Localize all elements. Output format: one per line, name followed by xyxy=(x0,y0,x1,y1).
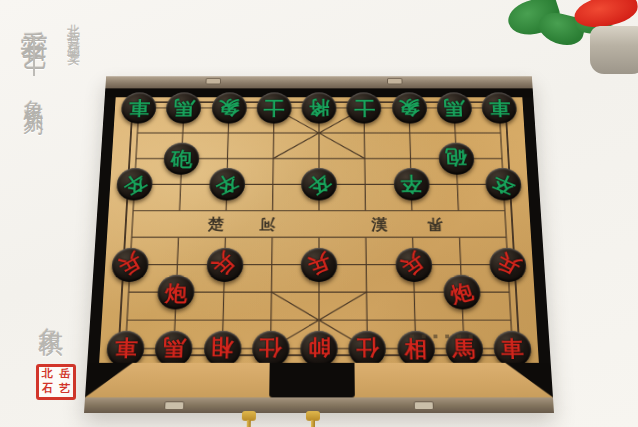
piece-glyph: 仕 xyxy=(356,338,379,360)
piece-glyph: 將 xyxy=(308,99,329,118)
maker-marks xyxy=(410,335,479,339)
tray-shadow-left xyxy=(85,363,133,398)
box-lid-edge xyxy=(105,76,532,88)
piece-glyph: 兵 xyxy=(493,250,523,278)
seal-char: 艺 xyxy=(56,382,73,397)
piece-glyph: 卒 xyxy=(304,171,334,199)
box-interior: 楚河漢界 車馬象士將士象馬車砲砲卒卒卒卒卒兵兵兵兵兵炮炮車馬相仕帥仕相馬車 xyxy=(87,97,550,363)
brass-clasp-icon[interactable] xyxy=(242,411,256,421)
piece-glyph: 卒 xyxy=(212,171,241,198)
piece-glyph: 炮 xyxy=(165,282,188,303)
piece-green-象[interactable]: 象 xyxy=(391,92,427,123)
piece-green-砲[interactable]: 砲 xyxy=(438,143,475,175)
red-seal-stamp: 北 岳 石 艺 xyxy=(36,364,76,400)
tray-shadow-right xyxy=(505,363,553,398)
seal-char: 北 xyxy=(39,367,56,382)
hinge-plate-icon xyxy=(164,401,184,410)
hinge-icon xyxy=(387,78,403,84)
calligraphy-dash xyxy=(33,36,35,76)
xiangqi-board[interactable]: 楚河漢界 車馬象士將士象馬車砲砲卒卒卒卒卒兵兵兵兵兵炮炮車馬相仕帥仕相馬車 xyxy=(99,97,539,363)
piece-red-兵[interactable]: 兵 xyxy=(206,248,243,282)
hinge-plate-icon xyxy=(414,401,434,410)
piece-glyph: 卒 xyxy=(120,171,150,198)
piece-glyph: 象 xyxy=(218,99,240,118)
series-title: 象棋系列 xyxy=(22,84,46,104)
piece-red-帥[interactable]: 帥 xyxy=(300,331,338,367)
piece-glyph: 車 xyxy=(128,99,150,118)
piece-glyph: 馬 xyxy=(162,338,185,360)
piece-green-將[interactable]: 將 xyxy=(302,92,337,123)
piece-red-兵[interactable]: 兵 xyxy=(395,248,432,282)
piece-glyph: 象 xyxy=(398,99,420,118)
piece-glyph: 兵 xyxy=(115,250,145,278)
brass-clasp-icon[interactable] xyxy=(306,411,320,421)
box-bottom-tray xyxy=(85,363,553,398)
piece-glyph: 馬 xyxy=(443,99,465,118)
xiangqi-label: 象棋 xyxy=(34,308,67,316)
velvet-compartment xyxy=(269,363,355,398)
piece-red-兵[interactable]: 兵 xyxy=(301,248,338,282)
piece-green-士[interactable]: 士 xyxy=(256,92,291,123)
plant-pot xyxy=(590,26,638,74)
seal-char: 石 xyxy=(39,382,56,397)
hinge-icon xyxy=(205,78,221,84)
piece-red-仕[interactable]: 仕 xyxy=(252,331,290,367)
brand-slogan-column: 北岳石艺精品专卖 xyxy=(64,14,82,244)
piece-red-炮[interactable]: 炮 xyxy=(443,275,481,310)
river-char-界: 界 xyxy=(427,214,444,234)
piece-glyph: 馬 xyxy=(452,338,475,360)
piece-glyph: 車 xyxy=(114,338,138,360)
xiangqi-box: 楚河漢界 車馬象士將士象馬車砲砲卒卒卒卒卒兵兵兵兵兵炮炮車馬相仕帥仕相馬車 xyxy=(84,76,554,413)
piece-glyph: 車 xyxy=(501,338,525,360)
piece-green-車[interactable]: 車 xyxy=(481,92,517,123)
piece-glyph: 仕 xyxy=(259,338,282,360)
brand-title: 愛石艺 xyxy=(19,10,50,28)
piece-glyph: 相 xyxy=(211,338,234,360)
river-char-楚: 楚 xyxy=(207,214,224,234)
piece-glyph: 士 xyxy=(263,99,284,118)
piece-glyph: 砲 xyxy=(445,149,467,168)
piece-glyph: 卒 xyxy=(489,171,517,197)
piece-glyph: 兵 xyxy=(398,250,429,279)
piece-glyph: 車 xyxy=(488,99,510,118)
piece-glyph: 兵 xyxy=(305,251,333,277)
potted-plant xyxy=(508,0,638,85)
river-char-漢: 漢 xyxy=(371,214,387,234)
piece-glyph: 馬 xyxy=(173,99,195,118)
piece-glyph: 相 xyxy=(404,338,427,360)
river-char-河: 河 xyxy=(259,214,275,234)
box-front-rail xyxy=(84,397,554,413)
piece-glyph: 士 xyxy=(353,99,374,118)
brand-calligraphy-column: 愛石艺象棋系列 xyxy=(16,10,52,310)
piece-red-相[interactable]: 相 xyxy=(203,331,241,367)
seal-char: 岳 xyxy=(56,367,73,382)
piece-glyph: 砲 xyxy=(171,149,193,168)
piece-green-馬[interactable]: 馬 xyxy=(436,92,472,123)
piece-glyph: 帥 xyxy=(308,338,331,360)
board-grid-lines xyxy=(99,97,539,363)
piece-red-仕[interactable]: 仕 xyxy=(349,331,387,367)
piece-glyph: 炮 xyxy=(448,279,476,305)
piece-glyph: 卒 xyxy=(400,175,422,195)
piece-glyph: 兵 xyxy=(209,250,240,279)
piece-green-象[interactable]: 象 xyxy=(211,92,247,123)
